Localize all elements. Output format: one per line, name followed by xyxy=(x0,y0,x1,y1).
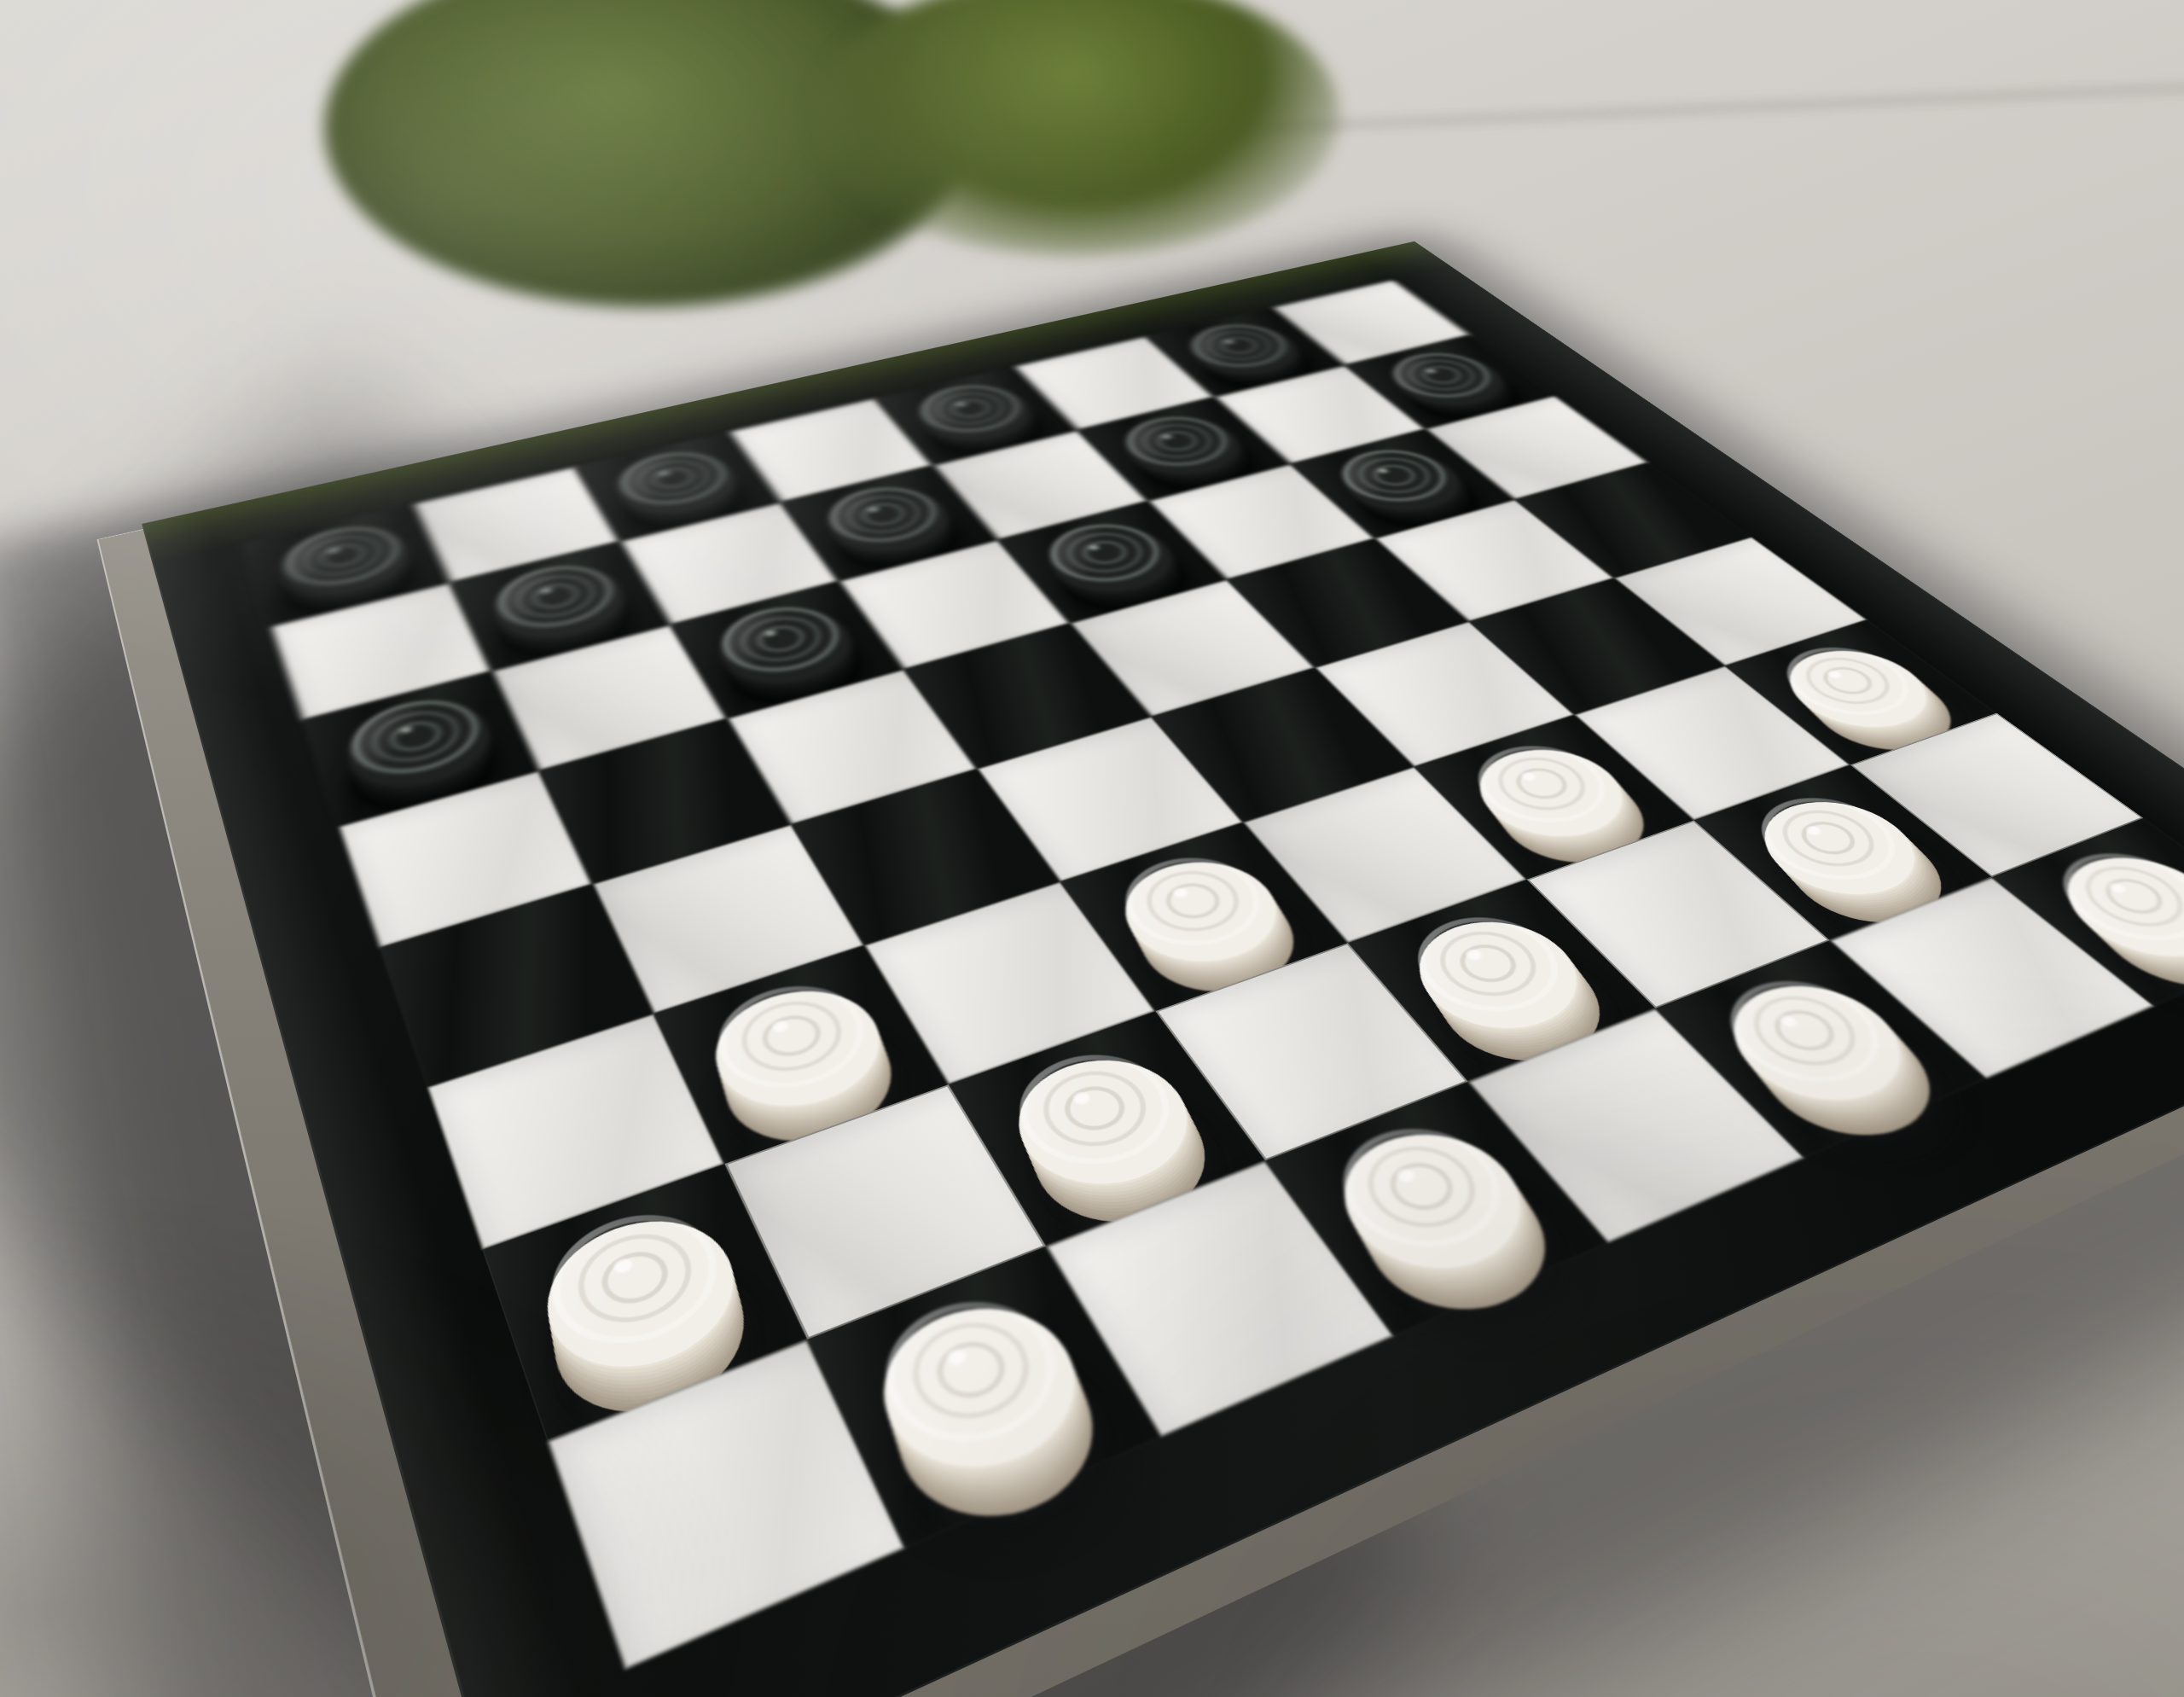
square-e2[interactable]: ● xyxy=(1348,880,1656,1082)
square-f3[interactable]: ● xyxy=(1414,715,1694,880)
piece-glyph: ● xyxy=(671,944,917,1136)
square-b5[interactable] xyxy=(539,718,791,884)
white-piece-d1[interactable]: ● xyxy=(1265,1082,1607,1336)
piece-glyph: ● xyxy=(826,1246,1122,1509)
board-3d-wrap: ●●●●●●●●●●●●●●●●●●●●●●●● xyxy=(142,241,2184,1697)
piece-rings-detail xyxy=(1102,843,1285,962)
square-g1[interactable] xyxy=(1830,877,2154,1078)
piece-glyph: ● xyxy=(1279,1081,1570,1304)
square-f1[interactable]: ● xyxy=(1656,940,1987,1158)
white-piece-e2[interactable]: ● xyxy=(1348,880,1656,1082)
square-a5[interactable] xyxy=(339,771,593,948)
piece-glyph: ● xyxy=(1425,714,1663,858)
square-b3[interactable]: ● xyxy=(654,945,949,1164)
square-d1[interactable]: ● xyxy=(1265,1082,1607,1336)
white-piece-f3[interactable]: ● xyxy=(1414,715,1694,880)
square-h2[interactable] xyxy=(1850,713,2144,878)
piece-rings-detail xyxy=(700,969,886,1107)
white-piece-f1[interactable]: ● xyxy=(1656,940,1987,1158)
square-a1[interactable] xyxy=(547,1340,905,1670)
square-a3[interactable] xyxy=(427,1014,725,1250)
square-a4[interactable] xyxy=(380,884,653,1087)
white-piece-h1[interactable]: ● xyxy=(1992,818,2184,1006)
piece-rings-detail xyxy=(996,1037,1197,1185)
white-piece-b1[interactable]: ● xyxy=(807,1247,1160,1548)
piece-rings-detail xyxy=(533,1194,740,1368)
scene: ●●●●●●●●●●●●●●●●●●●●●●●● Overhead angled… xyxy=(0,0,2184,1697)
square-d3[interactable]: ● xyxy=(1060,822,1348,1011)
square-b1[interactable]: ● xyxy=(807,1247,1160,1548)
piece-rings-detail xyxy=(1454,733,1631,837)
square-h1[interactable]: ● xyxy=(1992,818,2184,1006)
white-piece-b3[interactable]: ● xyxy=(654,945,949,1164)
piece-glyph: ● xyxy=(1359,879,1621,1056)
square-b2[interactable] xyxy=(724,1084,1046,1340)
square-g2[interactable]: ● xyxy=(1694,764,1992,940)
square-f2[interactable] xyxy=(1527,820,1830,1008)
square-d2[interactable] xyxy=(1155,943,1467,1160)
piece-glyph: ● xyxy=(964,1010,1231,1216)
white-piece-a2[interactable]: ● xyxy=(482,1164,807,1441)
white-piece-d3[interactable]: ● xyxy=(1060,822,1348,1011)
piece-rings-detail xyxy=(1700,964,1910,1101)
piece-rings-detail xyxy=(1391,902,1587,1029)
square-d4[interactable] xyxy=(978,717,1244,881)
square-e3[interactable] xyxy=(1243,767,1526,943)
piece-glyph: ● xyxy=(1665,939,1949,1130)
piece-glyph: ● xyxy=(1073,822,1316,987)
square-b4[interactable] xyxy=(593,824,864,1014)
square-e1[interactable] xyxy=(1468,1008,1805,1243)
white-piece-g2[interactable]: ● xyxy=(1694,764,1992,940)
square-c3[interactable] xyxy=(864,881,1155,1084)
piece-glyph: ● xyxy=(503,1163,773,1405)
square-c1[interactable] xyxy=(1046,1160,1394,1437)
piece-rings-detail xyxy=(1734,784,1924,895)
piece-glyph: ● xyxy=(1702,764,1958,919)
piece-rings-detail xyxy=(2034,839,2184,957)
square-c4[interactable] xyxy=(792,769,1060,945)
square-c2[interactable]: ● xyxy=(949,1011,1266,1247)
piece-rings-detail xyxy=(1314,1109,1531,1270)
white-piece-c2[interactable]: ● xyxy=(949,1011,1266,1247)
piece-rings-detail xyxy=(860,1279,1084,1468)
piece-glyph: ● xyxy=(1999,817,2184,982)
square-a2[interactable]: ● xyxy=(482,1164,807,1441)
